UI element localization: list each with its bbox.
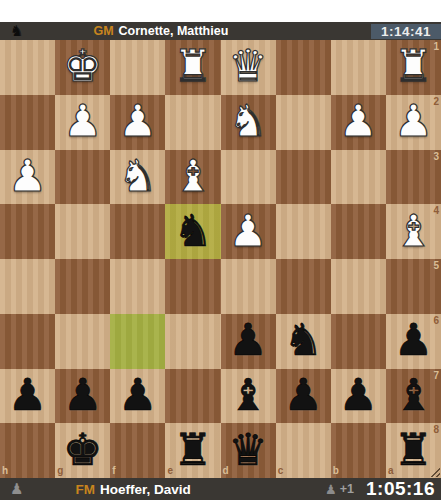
- piece-black-king[interactable]: ♚: [63, 428, 102, 472]
- square-e6[interactable]: [165, 314, 220, 369]
- square-b6[interactable]: [331, 314, 386, 369]
- square-g6[interactable]: [55, 314, 110, 369]
- piece-black-pawn[interactable]: ♟: [118, 373, 157, 417]
- square-f4[interactable]: [110, 204, 165, 259]
- square-b3[interactable]: [331, 150, 386, 205]
- material-count: +1: [340, 482, 354, 496]
- square-a8[interactable]: ♜a8: [386, 423, 441, 478]
- file-label-e: e: [167, 466, 173, 476]
- bottom-player-clock: 1:05:16: [366, 478, 441, 500]
- file-label-c: c: [278, 466, 284, 476]
- square-a4[interactable]: ♝4: [386, 204, 441, 259]
- file-label-a: a: [388, 466, 394, 476]
- square-a2[interactable]: ♟2: [386, 95, 441, 150]
- square-h2[interactable]: [0, 95, 55, 150]
- square-f5[interactable]: [110, 259, 165, 314]
- square-d5[interactable]: [221, 259, 276, 314]
- square-h4[interactable]: [0, 204, 55, 259]
- piece-white-pawn[interactable]: ♟: [394, 99, 433, 143]
- square-a6[interactable]: ♟6: [386, 314, 441, 369]
- piece-black-rook[interactable]: ♜: [394, 428, 433, 472]
- square-d7[interactable]: ♝: [221, 369, 276, 424]
- rank-label-4: 4: [433, 206, 439, 216]
- square-g7[interactable]: ♟: [55, 369, 110, 424]
- square-g4[interactable]: [55, 204, 110, 259]
- piece-black-pawn[interactable]: ♟: [228, 318, 267, 362]
- square-g1[interactable]: ♚: [55, 40, 110, 95]
- square-a1[interactable]: ♜1: [386, 40, 441, 95]
- piece-black-rook[interactable]: ♜: [173, 428, 212, 472]
- piece-black-knight[interactable]: ♞: [283, 318, 322, 362]
- square-f7[interactable]: ♟: [110, 369, 165, 424]
- rank-label-6: 6: [433, 316, 439, 326]
- chess-board[interactable]: ♚♜♛♜1♟♟♞♟♟2♟♞♝3♞♟♝45♟♞♟6♟♟♟♝♟♟♝7h♚gf♜e♛d…: [0, 40, 441, 478]
- square-c5[interactable]: [276, 259, 331, 314]
- square-h3[interactable]: ♟: [0, 150, 55, 205]
- square-h1[interactable]: [0, 40, 55, 95]
- square-c2[interactable]: [276, 95, 331, 150]
- square-g5[interactable]: [55, 259, 110, 314]
- top-player-name[interactable]: Cornette, Matthieu: [119, 24, 229, 38]
- material-advantage: ♟ +1: [325, 482, 354, 497]
- piece-black-bishop[interactable]: ♝: [228, 373, 267, 417]
- file-label-h: h: [2, 466, 8, 476]
- gray-pawn-icon: ♟: [10, 482, 23, 497]
- square-h5[interactable]: [0, 259, 55, 314]
- piece-black-pawn[interactable]: ♟: [63, 373, 102, 417]
- black-knight-icon: ♞: [10, 24, 23, 39]
- square-b2[interactable]: ♟: [331, 95, 386, 150]
- file-label-b: b: [333, 466, 339, 476]
- square-a3[interactable]: 3: [386, 150, 441, 205]
- piece-white-pawn[interactable]: ♟: [63, 99, 102, 143]
- top-player-clock: 1:14:41: [371, 24, 441, 39]
- square-e5[interactable]: [165, 259, 220, 314]
- bottom-player-bar: ♟ FM Hoeffer, David ♟ +1 1:05:16: [0, 478, 441, 500]
- top-player-bar: ♞ GM Cornette, Matthieu 1:14:41: [0, 22, 441, 40]
- file-label-g: g: [57, 466, 63, 476]
- square-c8[interactable]: c: [276, 423, 331, 478]
- square-g3[interactable]: [55, 150, 110, 205]
- square-b7[interactable]: ♟: [331, 369, 386, 424]
- square-e2[interactable]: [165, 95, 220, 150]
- piece-black-pawn[interactable]: ♟: [283, 373, 322, 417]
- bottom-player-name[interactable]: Hoeffer, David: [100, 482, 191, 497]
- piece-black-pawn[interactable]: ♟: [8, 373, 47, 417]
- piece-white-king[interactable]: ♚: [63, 44, 102, 88]
- file-label-f: f: [112, 466, 115, 476]
- rank-label-7: 7: [433, 371, 439, 381]
- square-a7[interactable]: ♝7: [386, 369, 441, 424]
- square-b5[interactable]: [331, 259, 386, 314]
- piece-white-rook[interactable]: ♜: [173, 44, 212, 88]
- piece-white-knight[interactable]: ♞: [118, 154, 157, 198]
- square-b1[interactable]: [331, 40, 386, 95]
- square-h6[interactable]: [0, 314, 55, 369]
- square-h7[interactable]: ♟: [0, 369, 55, 424]
- piece-white-bishop[interactable]: ♝: [173, 154, 212, 198]
- square-f3[interactable]: ♞: [110, 150, 165, 205]
- rank-label-2: 2: [433, 97, 439, 107]
- piece-white-pawn[interactable]: ♟: [118, 99, 157, 143]
- square-d8[interactable]: ♛d: [221, 423, 276, 478]
- piece-white-bishop[interactable]: ♝: [394, 209, 433, 253]
- piece-black-pawn[interactable]: ♟: [394, 318, 433, 362]
- square-d1[interactable]: ♛: [221, 40, 276, 95]
- piece-white-rook[interactable]: ♜: [394, 44, 433, 88]
- rank-label-8: 8: [433, 425, 439, 435]
- square-e1[interactable]: ♜: [165, 40, 220, 95]
- square-f1[interactable]: [110, 40, 165, 95]
- top-player-title: GM: [93, 24, 113, 38]
- square-e8[interactable]: ♜e: [165, 423, 220, 478]
- square-f2[interactable]: ♟: [110, 95, 165, 150]
- square-g2[interactable]: ♟: [55, 95, 110, 150]
- piece-white-pawn[interactable]: ♟: [228, 209, 267, 253]
- square-e4[interactable]: ♞: [165, 204, 220, 259]
- rank-label-3: 3: [433, 152, 439, 162]
- square-c1[interactable]: [276, 40, 331, 95]
- pawn-icon: ♟: [325, 482, 337, 497]
- page-top-space: [0, 0, 441, 22]
- square-f8[interactable]: f: [110, 423, 165, 478]
- piece-black-pawn[interactable]: ♟: [339, 373, 378, 417]
- piece-black-queen[interactable]: ♛: [228, 428, 267, 472]
- square-g8[interactable]: ♚g: [55, 423, 110, 478]
- square-c6[interactable]: ♞: [276, 314, 331, 369]
- piece-white-knight[interactable]: ♞: [228, 99, 267, 143]
- square-d6[interactable]: ♟: [221, 314, 276, 369]
- square-c4[interactable]: [276, 204, 331, 259]
- piece-black-knight[interactable]: ♞: [173, 209, 212, 253]
- piece-black-bishop[interactable]: ♝: [394, 373, 433, 417]
- square-d2[interactable]: ♞: [221, 95, 276, 150]
- square-e7[interactable]: [165, 369, 220, 424]
- rank-label-1: 1: [433, 42, 439, 52]
- square-d3[interactable]: [221, 150, 276, 205]
- square-c7[interactable]: ♟: [276, 369, 331, 424]
- square-b4[interactable]: [331, 204, 386, 259]
- rank-label-5: 5: [433, 261, 439, 271]
- square-a5[interactable]: 5: [386, 259, 441, 314]
- file-label-d: d: [223, 466, 229, 476]
- bottom-player-title: FM: [75, 482, 95, 497]
- piece-white-pawn[interactable]: ♟: [8, 154, 47, 198]
- square-f6[interactable]: [110, 314, 165, 369]
- piece-white-queen[interactable]: ♛: [228, 44, 267, 88]
- game-window: ♞ GM Cornette, Matthieu 1:14:41 ♚♜♛♜1♟♟♞…: [0, 0, 441, 500]
- piece-white-pawn[interactable]: ♟: [339, 99, 378, 143]
- square-e3[interactable]: ♝: [165, 150, 220, 205]
- square-c3[interactable]: [276, 150, 331, 205]
- square-h8[interactable]: h: [0, 423, 55, 478]
- square-d4[interactable]: ♟: [221, 204, 276, 259]
- square-b8[interactable]: b: [331, 423, 386, 478]
